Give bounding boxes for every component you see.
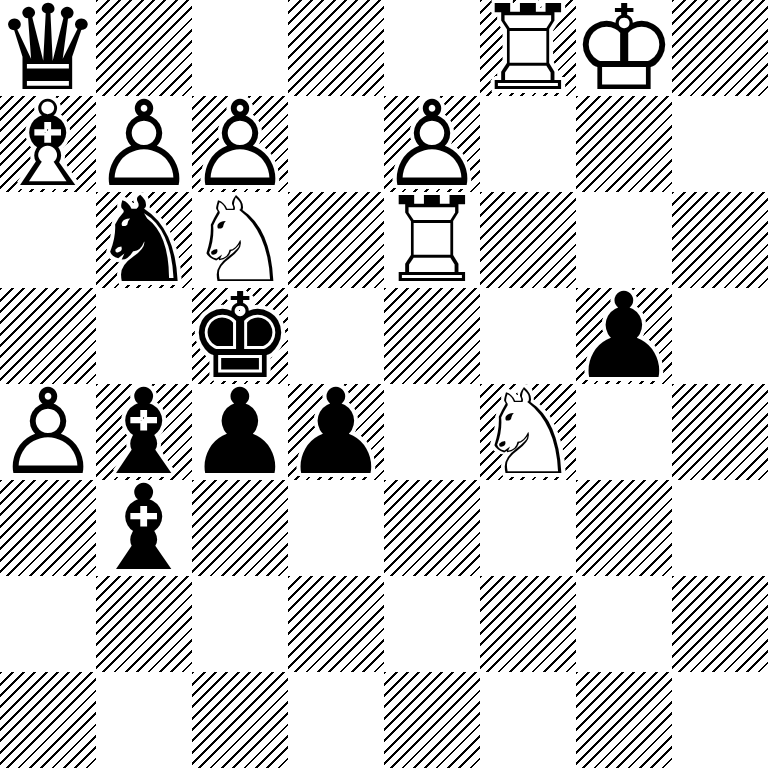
- square-d3[interactable]: [288, 480, 384, 576]
- square-b7[interactable]: ♟♙: [96, 96, 192, 192]
- square-b8[interactable]: [96, 0, 192, 96]
- square-h3[interactable]: [672, 480, 768, 576]
- white-bishop-icon: ♗: [0, 96, 96, 192]
- piece-white-knight: ♞♘: [192, 192, 288, 288]
- square-e1[interactable]: [384, 672, 480, 768]
- white-knight-halo: ♞: [192, 192, 288, 288]
- white-pawn-halo: ♟: [0, 384, 96, 480]
- white-knight-icon: ♘: [480, 384, 576, 480]
- piece-white-knight: ♞♘: [480, 384, 576, 480]
- square-h1[interactable]: [672, 672, 768, 768]
- piece-white-rook: ♜♖: [480, 0, 576, 96]
- white-pawn-halo: ♟: [384, 96, 480, 192]
- square-d2[interactable]: [288, 576, 384, 672]
- square-g2[interactable]: [576, 576, 672, 672]
- square-f7[interactable]: [480, 96, 576, 192]
- black-pawn-icon: ♟: [288, 384, 384, 480]
- square-f4[interactable]: ♞♘: [480, 384, 576, 480]
- black-queen-halo: ♛: [0, 0, 96, 96]
- white-pawn-halo: ♟: [192, 96, 288, 192]
- square-e2[interactable]: [384, 576, 480, 672]
- square-d6[interactable]: [288, 192, 384, 288]
- piece-white-pawn: ♟♙: [0, 384, 96, 480]
- black-bishop-icon: ♝: [96, 480, 192, 576]
- white-king-icon: ♔: [576, 0, 672, 96]
- square-a7[interactable]: ♝♗: [0, 96, 96, 192]
- white-rook-icon: ♖: [384, 192, 480, 288]
- white-bishop-halo: ♝: [0, 96, 96, 192]
- black-king-icon: ♚: [192, 288, 288, 384]
- piece-black-bishop: ♝♝: [96, 480, 192, 576]
- piece-black-knight: ♞♞: [96, 192, 192, 288]
- square-a6[interactable]: [0, 192, 96, 288]
- black-bishop-halo: ♝: [96, 480, 192, 576]
- square-h5[interactable]: [672, 288, 768, 384]
- square-h7[interactable]: [672, 96, 768, 192]
- square-c4[interactable]: ♟♟: [192, 384, 288, 480]
- square-b5[interactable]: [96, 288, 192, 384]
- black-pawn-halo: ♟: [192, 384, 288, 480]
- piece-black-king: ♚♚: [192, 288, 288, 384]
- chess-board: ♛♛♜♖♚♔♝♗♟♙♟♙♟♙♞♞♞♘♜♖♚♚♟♟♟♙♝♝♟♟♟♟♞♘♝♝: [0, 0, 768, 768]
- black-pawn-icon: ♟: [576, 288, 672, 384]
- square-h4[interactable]: [672, 384, 768, 480]
- white-pawn-icon: ♙: [192, 96, 288, 192]
- white-pawn-halo: ♟: [96, 96, 192, 192]
- white-knight-halo: ♞: [480, 384, 576, 480]
- white-rook-halo: ♜: [480, 0, 576, 96]
- piece-white-rook: ♜♖: [384, 192, 480, 288]
- white-rook-icon: ♖: [480, 0, 576, 96]
- white-knight-icon: ♘: [192, 192, 288, 288]
- square-g4[interactable]: [576, 384, 672, 480]
- square-b3[interactable]: ♝♝: [96, 480, 192, 576]
- square-d8[interactable]: [288, 0, 384, 96]
- square-d7[interactable]: [288, 96, 384, 192]
- piece-white-pawn: ♟♙: [384, 96, 480, 192]
- square-f2[interactable]: [480, 576, 576, 672]
- square-e8[interactable]: [384, 0, 480, 96]
- square-c7[interactable]: ♟♙: [192, 96, 288, 192]
- piece-black-pawn: ♟♟: [192, 384, 288, 480]
- white-rook-halo: ♜: [384, 192, 480, 288]
- square-e7[interactable]: ♟♙: [384, 96, 480, 192]
- piece-white-pawn: ♟♙: [96, 96, 192, 192]
- square-h2[interactable]: [672, 576, 768, 672]
- square-a4[interactable]: ♟♙: [0, 384, 96, 480]
- square-h8[interactable]: [672, 0, 768, 96]
- square-a8[interactable]: ♛♛: [0, 0, 96, 96]
- square-f3[interactable]: [480, 480, 576, 576]
- black-pawn-icon: ♟: [192, 384, 288, 480]
- piece-white-pawn: ♟♙: [192, 96, 288, 192]
- square-g1[interactable]: [576, 672, 672, 768]
- black-king-halo: ♚: [192, 288, 288, 384]
- square-h6[interactable]: [672, 192, 768, 288]
- black-queen-icon: ♛: [0, 0, 96, 96]
- square-e6[interactable]: ♜♖: [384, 192, 480, 288]
- square-c5[interactable]: ♚♚: [192, 288, 288, 384]
- square-d1[interactable]: [288, 672, 384, 768]
- piece-black-pawn: ♟♟: [288, 384, 384, 480]
- square-b1[interactable]: [96, 672, 192, 768]
- square-c6[interactable]: ♞♘: [192, 192, 288, 288]
- piece-black-bishop: ♝♝: [96, 384, 192, 480]
- square-c1[interactable]: [192, 672, 288, 768]
- square-e5[interactable]: [384, 288, 480, 384]
- square-g3[interactable]: [576, 480, 672, 576]
- black-pawn-halo: ♟: [288, 384, 384, 480]
- black-pawn-halo: ♟: [576, 288, 672, 384]
- white-pawn-icon: ♙: [96, 96, 192, 192]
- square-g5[interactable]: ♟♟: [576, 288, 672, 384]
- square-g7[interactable]: [576, 96, 672, 192]
- square-a3[interactable]: [0, 480, 96, 576]
- square-b6[interactable]: ♞♞: [96, 192, 192, 288]
- square-b2[interactable]: [96, 576, 192, 672]
- square-c3[interactable]: [192, 480, 288, 576]
- piece-white-king: ♚♔: [576, 0, 672, 96]
- square-f8[interactable]: ♜♖: [480, 0, 576, 96]
- black-bishop-icon: ♝: [96, 384, 192, 480]
- white-pawn-icon: ♙: [0, 384, 96, 480]
- piece-white-bishop: ♝♗: [0, 96, 96, 192]
- black-knight-halo: ♞: [96, 192, 192, 288]
- square-a2[interactable]: [0, 576, 96, 672]
- square-e3[interactable]: [384, 480, 480, 576]
- square-f1[interactable]: [480, 672, 576, 768]
- square-a1[interactable]: [0, 672, 96, 768]
- white-king-halo: ♚: [576, 0, 672, 96]
- square-d5[interactable]: [288, 288, 384, 384]
- square-g8[interactable]: ♚♔: [576, 0, 672, 96]
- square-e4[interactable]: [384, 384, 480, 480]
- square-g6[interactable]: [576, 192, 672, 288]
- black-knight-icon: ♞: [96, 192, 192, 288]
- square-f5[interactable]: [480, 288, 576, 384]
- square-c2[interactable]: [192, 576, 288, 672]
- black-bishop-halo: ♝: [96, 384, 192, 480]
- square-c8[interactable]: [192, 0, 288, 96]
- square-f6[interactable]: [480, 192, 576, 288]
- piece-black-pawn: ♟♟: [576, 288, 672, 384]
- square-b4[interactable]: ♝♝: [96, 384, 192, 480]
- piece-black-queen: ♛♛: [0, 0, 96, 96]
- square-d4[interactable]: ♟♟: [288, 384, 384, 480]
- square-a5[interactable]: [0, 288, 96, 384]
- white-pawn-icon: ♙: [384, 96, 480, 192]
